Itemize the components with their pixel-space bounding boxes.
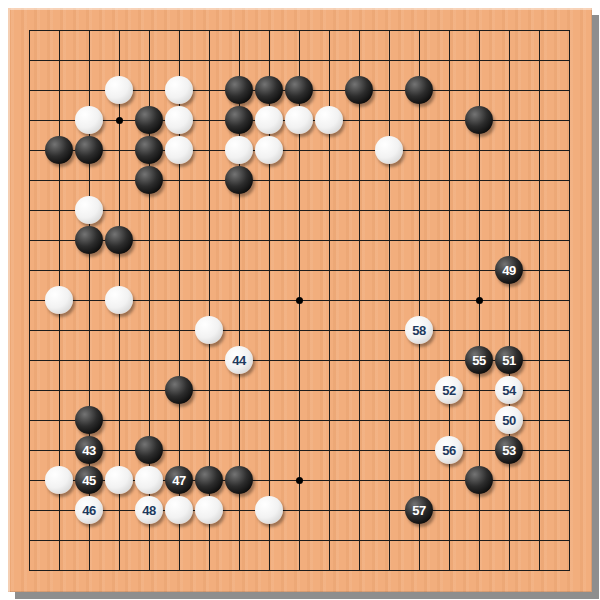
stone-black (45, 136, 73, 164)
stone-black (135, 136, 163, 164)
stone-white (75, 106, 103, 134)
stone-black (465, 106, 493, 134)
grid-line-vertical (359, 30, 360, 571)
stone-black (75, 406, 103, 434)
stone-black (135, 436, 163, 464)
move-number-label: 46 (82, 503, 95, 518)
move-number-label: 47 (172, 473, 185, 488)
move-number-label: 55 (472, 353, 485, 368)
stone-black (225, 466, 253, 494)
stone-black: 43 (75, 436, 103, 464)
stone-white: 58 (405, 316, 433, 344)
grid-line-vertical (449, 30, 450, 571)
stone-black: 47 (165, 466, 193, 494)
move-number-label: 54 (502, 383, 515, 398)
star-point (296, 297, 303, 304)
move-number-label: 45 (82, 473, 95, 488)
stone-white (315, 106, 343, 134)
stone-black (75, 226, 103, 254)
stone-white: 54 (495, 376, 523, 404)
stone-white (105, 286, 133, 314)
stone-white (225, 136, 253, 164)
stone-black: 45 (75, 466, 103, 494)
stone-black (105, 226, 133, 254)
stone-white (45, 286, 73, 314)
stone-white (255, 136, 283, 164)
stone-white (75, 196, 103, 224)
stone-black: 55 (465, 346, 493, 374)
grid-line-vertical (569, 30, 570, 571)
stone-white: 56 (435, 436, 463, 464)
star-point (116, 117, 123, 124)
stone-black: 49 (495, 256, 523, 284)
stone-black (135, 166, 163, 194)
stone-black (195, 466, 223, 494)
grid-line-horizontal (29, 510, 570, 511)
move-number-label: 56 (442, 443, 455, 458)
move-number-label: 53 (502, 443, 515, 458)
grid-line-horizontal (29, 330, 570, 331)
move-number-label: 43 (82, 443, 95, 458)
grid-line-horizontal (29, 570, 570, 571)
move-number-label: 49 (502, 263, 515, 278)
stone-white (165, 136, 193, 164)
grid-line-vertical (539, 30, 540, 571)
stone-white (45, 466, 73, 494)
stone-white: 50 (495, 406, 523, 434)
stone-black: 57 (405, 496, 433, 524)
stone-white (165, 76, 193, 104)
stone-black (405, 76, 433, 104)
star-point (476, 297, 483, 304)
stone-black (345, 76, 373, 104)
stone-white (165, 496, 193, 524)
stone-black (75, 136, 103, 164)
stone-black (255, 76, 283, 104)
stone-black: 53 (495, 436, 523, 464)
stone-white (285, 106, 313, 134)
move-number-label: 44 (232, 353, 245, 368)
stone-black (165, 376, 193, 404)
move-number-label: 51 (502, 353, 515, 368)
stone-white (135, 466, 163, 494)
move-number-label: 52 (442, 383, 455, 398)
star-point (296, 477, 303, 484)
stone-white (375, 136, 403, 164)
stone-white: 44 (225, 346, 253, 374)
move-number-label: 57 (412, 503, 425, 518)
grid-line-vertical (419, 30, 420, 571)
stone-black (135, 106, 163, 134)
stone-white (255, 106, 283, 134)
grid-line-horizontal (29, 450, 570, 451)
move-number-label: 58 (412, 323, 425, 338)
grid-line-horizontal (29, 540, 570, 541)
move-number-label: 50 (502, 413, 515, 428)
stone-white (195, 316, 223, 344)
stone-white: 46 (75, 496, 103, 524)
stone-white (165, 106, 193, 134)
stone-black (285, 76, 313, 104)
grid-line-horizontal (29, 420, 570, 421)
move-number-label: 48 (142, 503, 155, 518)
stone-black: 51 (495, 346, 523, 374)
screenshot-stage: 49584455515254504356534547464857 (0, 0, 600, 600)
stone-white: 52 (435, 376, 463, 404)
stone-white (105, 466, 133, 494)
stone-white (255, 496, 283, 524)
grid-line-vertical (389, 30, 390, 571)
stone-black (465, 466, 493, 494)
stone-white: 48 (135, 496, 163, 524)
stone-black (225, 76, 253, 104)
stone-black (225, 166, 253, 194)
stone-white (195, 496, 223, 524)
grid-line-horizontal (29, 390, 570, 391)
grid-line-vertical (509, 30, 510, 571)
stone-white (105, 76, 133, 104)
go-board[interactable]: 49584455515254504356534547464857 (8, 8, 592, 592)
stone-black (225, 106, 253, 134)
